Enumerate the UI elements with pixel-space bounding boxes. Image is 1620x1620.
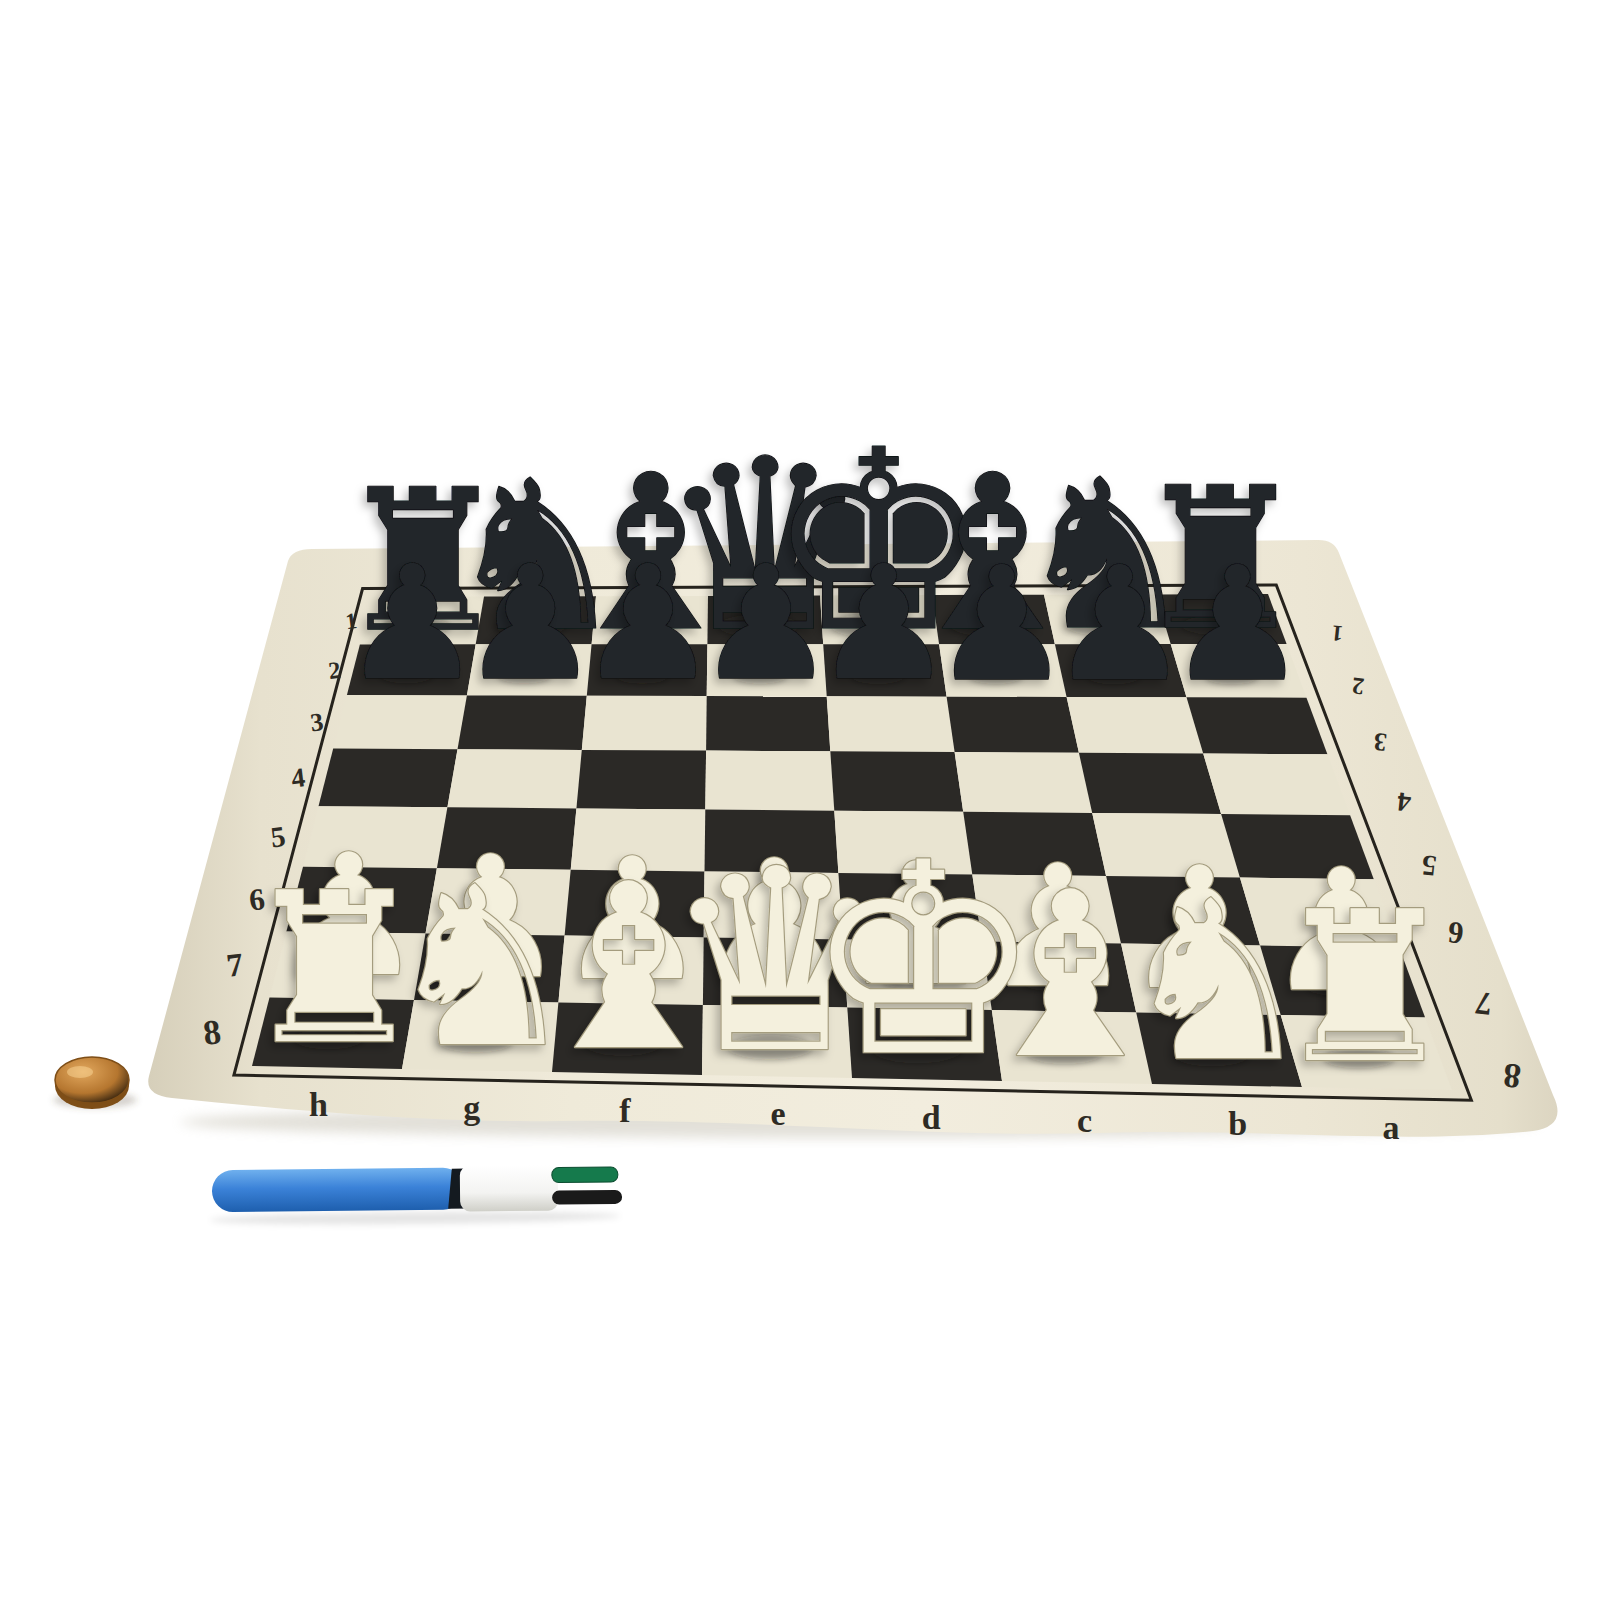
square-d4[interactable] <box>830 751 963 812</box>
pen-shadow <box>210 1210 620 1226</box>
square-g4[interactable] <box>447 749 581 808</box>
pen-body-white <box>460 1165 558 1212</box>
photo-backdrop: 1122334455667788hgfedcba♜♞♝♛♚♝♞♜♟♟♟♟♟♟♟♟… <box>0 0 1620 1620</box>
file-label-bottom-a: a <box>1383 1109 1400 1146</box>
square-h4[interactable] <box>319 749 458 808</box>
chess-set-photo: 1122334455667788hgfedcba♜♞♝♛♚♝♞♜♟♟♟♟♟♟♟♟… <box>0 0 1620 1620</box>
pen-plunger-black <box>552 1190 622 1205</box>
coin <box>53 1057 137 1109</box>
square-f4[interactable] <box>576 750 706 810</box>
pen-plunger-green <box>552 1167 618 1183</box>
pen <box>210 1164 623 1226</box>
square-b4[interactable] <box>1079 753 1221 814</box>
square-e4[interactable] <box>705 751 834 811</box>
square-c4[interactable] <box>955 752 1093 813</box>
square-a4[interactable] <box>1203 754 1350 816</box>
coin-face <box>55 1057 129 1103</box>
pen-barrel-blue <box>212 1168 464 1213</box>
coin-highlight <box>67 1066 93 1078</box>
piece-wR-a8[interactable]: ♜ <box>1272 867 1458 1109</box>
piece-bP-a2[interactable]: ♟ <box>1167 532 1309 716</box>
file-label-bottom-h: h <box>309 1086 328 1123</box>
file-label-bottom-b: b <box>1228 1105 1247 1142</box>
